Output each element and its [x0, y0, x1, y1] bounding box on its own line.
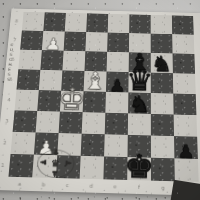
emblem-petal-north: ♟ [52, 149, 59, 157]
white-pawn-piece: ♟ [44, 36, 61, 52]
square-a6 [18, 50, 42, 70]
square-e3 [105, 113, 128, 135]
rank-label-4: 4 [2, 89, 15, 110]
square-c6 [62, 51, 85, 71]
square-a7 [20, 30, 43, 50]
file-label-d: d [79, 180, 103, 191]
table-dark-corner [170, 180, 200, 200]
square-e8 [108, 14, 130, 33]
square-f1: ♚ [127, 157, 151, 181]
file-label-b: b [31, 178, 56, 189]
emblem-petal-west: ♟ [40, 159, 48, 166]
square-h2: ♟ [174, 136, 198, 159]
square-g2 [151, 135, 175, 158]
rank-label-3: 3 [0, 110, 13, 132]
square-g3 [151, 114, 174, 136]
square-a4 [15, 90, 39, 111]
square-e7 [107, 33, 129, 53]
square-f4: ♞ [128, 92, 151, 114]
square-d1 [80, 156, 104, 179]
square-b8 [43, 12, 66, 31]
square-d5: ♝ [84, 71, 107, 92]
square-h4 [173, 94, 196, 116]
square-a1 [8, 154, 33, 177]
square-h5 [173, 73, 196, 94]
square-c4: ♚ [60, 91, 84, 112]
square-a8 [22, 12, 45, 31]
rank-label-8: 8 [10, 12, 22, 31]
board-perspective-wrapper: ©USCHESS 87654321 abcdefgh ♟♝♞♝♟♛♚♞♟♟♚ ♛… [0, 8, 200, 195]
square-h7 [172, 34, 194, 54]
square-g1 [151, 158, 175, 182]
emblem-petal-south: ♟ [51, 169, 59, 177]
square-a2 [11, 132, 36, 155]
square-b7: ♟ [42, 31, 65, 51]
square-c7 [64, 32, 87, 52]
square-d2 [81, 134, 105, 157]
black-pawn-piece: ♟ [177, 142, 195, 161]
square-f8 [129, 14, 151, 33]
black-knight-piece: ♞ [151, 53, 173, 75]
board-grid: ♟♝♞♝♟♛♚♞♟♟♚ [8, 12, 198, 182]
square-h3 [174, 115, 198, 137]
emblem-center: ♛ [51, 159, 60, 169]
square-g8 [151, 15, 173, 34]
white-king-piece: ♚ [57, 84, 87, 114]
square-a5 [16, 69, 40, 90]
chessboard-photo: ©USCHESS 87654321 abcdefgh ♟♝♞♝♟♛♚♞♟♟♚ ♛… [0, 0, 200, 200]
square-a3 [13, 110, 38, 132]
square-d7 [85, 32, 107, 52]
square-g4 [151, 93, 174, 115]
square-d8 [86, 13, 108, 32]
square-h6 [173, 53, 196, 73]
square-d3 [82, 112, 106, 134]
chess-board: ©USCHESS 87654321 abcdefgh ♟♝♞♝♟♛♚♞♟♟♚ ♛… [0, 8, 200, 195]
square-c8 [65, 13, 87, 32]
square-h8 [172, 15, 194, 34]
black-knight-piece: ♞ [128, 92, 150, 115]
file-label-c: c [55, 179, 79, 190]
square-g6: ♞ [151, 53, 173, 73]
file-label-a: a [7, 178, 32, 189]
emblem-petal-east: ♟ [63, 160, 71, 167]
black-king-piece: ♚ [124, 150, 154, 183]
black-pawn-piece: ♟ [109, 77, 126, 94]
